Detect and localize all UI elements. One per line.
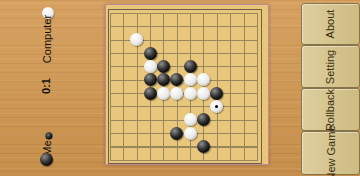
computer-player-label: Computer xyxy=(40,4,54,74)
black-stone xyxy=(170,127,183,140)
new-game-button[interactable]: New Game xyxy=(301,131,360,175)
black-stone xyxy=(144,73,157,86)
setting-button-label: Setting xyxy=(325,49,337,83)
white-stone xyxy=(184,73,197,86)
about-button[interactable]: About xyxy=(301,3,360,45)
black-stone xyxy=(184,60,197,73)
white-stone xyxy=(144,60,157,73)
white-stone xyxy=(184,87,197,100)
white-stone xyxy=(170,87,183,100)
white-stone xyxy=(184,127,197,140)
white-stone xyxy=(197,87,210,100)
black-stone xyxy=(157,60,170,73)
white-stone xyxy=(157,87,170,100)
new-game-button-label: New Game xyxy=(325,125,337,176)
rollback-button-label: Rollback xyxy=(325,88,337,130)
black-stone xyxy=(144,87,157,100)
last-move-marker xyxy=(215,105,218,108)
black-stone xyxy=(197,140,210,153)
gomoku-board[interactable] xyxy=(105,4,269,165)
me-stone-icon xyxy=(40,153,53,166)
score-text: 0:1 xyxy=(39,66,53,106)
setting-button[interactable]: Setting xyxy=(301,45,360,88)
black-stone xyxy=(210,87,223,100)
black-stone xyxy=(144,47,157,60)
about-button-label: About xyxy=(325,10,337,39)
game-screen: Computer 0:1 Me About Setting Rollback N… xyxy=(0,0,360,176)
white-stone xyxy=(184,113,197,126)
